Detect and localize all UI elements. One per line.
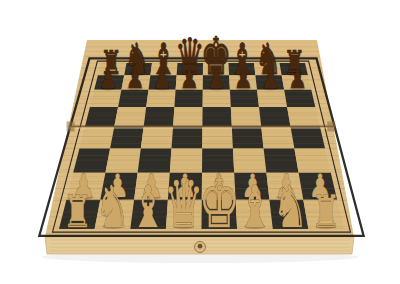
piece-black-pawn: ♟ <box>99 64 118 95</box>
square-h4 <box>291 126 326 148</box>
piece-white-king: ♚ <box>198 162 240 243</box>
piece-black-pawn: ♟ <box>288 64 307 95</box>
square-d5 <box>173 107 203 127</box>
square-c5 <box>144 107 175 127</box>
square-g4 <box>261 126 294 148</box>
square-b5 <box>114 107 146 127</box>
square-e5 <box>202 107 231 127</box>
hinge-cutout-right <box>327 121 335 131</box>
piece-black-pawn: ♟ <box>234 64 253 95</box>
piece-black-pawn: ♟ <box>153 64 172 95</box>
square-b4 <box>110 126 144 148</box>
square-f4 <box>232 126 264 148</box>
piece-white-knight: ♞ <box>272 173 308 241</box>
chess-set-photo: ♜♞♝♛♚♝♞♜♟♟♟♟♟♟♟♟♟♟♟♟♟♟♟♟♜♞♝♛♚♝♞♜ <box>0 0 400 284</box>
square-c4 <box>141 126 173 148</box>
square-a4 <box>79 126 114 148</box>
square-h5 <box>287 107 320 127</box>
piece-black-pawn: ♟ <box>261 64 280 95</box>
piece-white-bishop: ♝ <box>130 173 166 241</box>
piece-white-knight: ♞ <box>95 173 131 241</box>
square-a5 <box>85 107 118 127</box>
chessboard-svg: ♜♞♝♛♚♝♞♜♟♟♟♟♟♟♟♟♟♟♟♟♟♟♟♟♜♞♝♛♚♝♞♜ <box>0 0 400 284</box>
finger-notch-hole <box>198 244 203 249</box>
piece-black-pawn: ♟ <box>126 64 145 95</box>
square-e4 <box>202 126 233 148</box>
piece-white-rook: ♜ <box>311 186 341 237</box>
piece-white-rook: ♜ <box>62 186 92 237</box>
square-f5 <box>231 107 261 127</box>
piece-black-pawn: ♟ <box>180 64 199 95</box>
hinge-cutout-left <box>67 121 75 131</box>
piece-white-bishop: ♝ <box>237 173 273 241</box>
square-g5 <box>259 107 291 127</box>
square-d4 <box>172 126 203 148</box>
piece-black-pawn: ♟ <box>207 64 226 95</box>
